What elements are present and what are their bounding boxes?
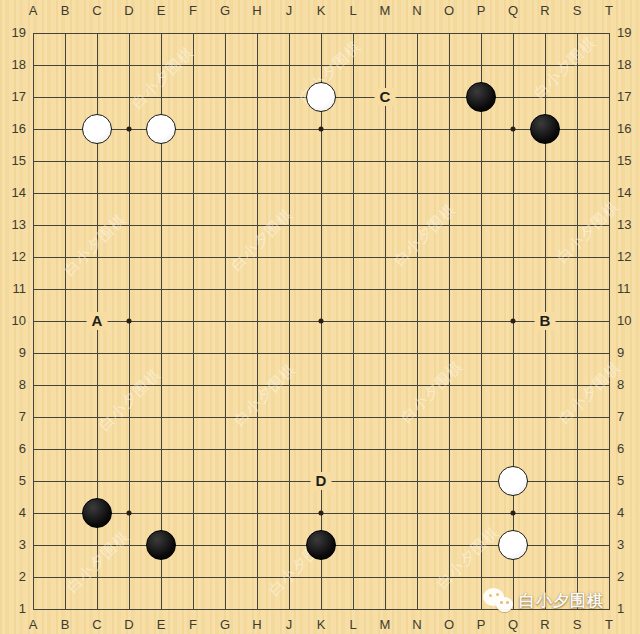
go-board-diagram: AABBCCDDEEFFGGHHJJKKLLMMNNOOPPQQRRSSTT19… (0, 0, 640, 634)
black-stone (82, 498, 112, 528)
white-stone (498, 466, 528, 496)
coordinate-label: S (573, 3, 582, 19)
white-stone (82, 114, 112, 144)
coordinate-label: 4 (0, 505, 26, 521)
coordinate-label: H (252, 617, 261, 633)
coordinate-label: T (605, 617, 613, 633)
coordinate-label: J (286, 3, 293, 19)
coordinate-label: 17 (617, 89, 631, 105)
coordinate-label: 1 (0, 601, 26, 617)
coordinate-label: 2 (617, 569, 624, 585)
point-label: C (375, 88, 396, 106)
coordinate-label: 7 (0, 409, 26, 425)
coordinate-label: 18 (617, 57, 631, 73)
coordinate-label: 18 (0, 57, 26, 73)
coordinate-label: D (124, 617, 133, 633)
coordinate-label: 19 (0, 25, 26, 41)
coordinate-label: 12 (617, 249, 631, 265)
coordinate-label: 16 (0, 121, 26, 137)
coordinate-label: E (157, 3, 166, 19)
coordinate-label: P (477, 3, 486, 19)
coordinate-label: 6 (0, 441, 26, 457)
coordinate-label: T (605, 3, 613, 19)
coordinate-label: 14 (0, 185, 26, 201)
coordinate-label: 12 (0, 249, 26, 265)
coordinate-label: M (380, 617, 391, 633)
white-stone (146, 114, 176, 144)
coordinate-label: A (29, 3, 38, 19)
point-label: B (535, 312, 556, 330)
coordinate-label: G (220, 617, 230, 633)
star-point (127, 511, 132, 516)
coordinate-label: E (157, 617, 166, 633)
coordinate-label: 14 (617, 185, 631, 201)
coordinate-label: 4 (617, 505, 624, 521)
coordinate-label: 1 (617, 601, 624, 617)
coordinate-label: S (573, 617, 582, 633)
coordinate-label: J (286, 617, 293, 633)
star-point (511, 127, 516, 132)
coordinate-label: B (61, 3, 70, 19)
coordinate-label: 5 (0, 473, 26, 489)
black-stone (530, 114, 560, 144)
coordinate-label: M (380, 3, 391, 19)
coordinate-label: G (220, 3, 230, 19)
coordinate-label: 3 (0, 537, 26, 553)
coordinate-label: 5 (617, 473, 624, 489)
coordinate-label: 13 (617, 217, 631, 233)
coordinate-label: 17 (0, 89, 26, 105)
coordinate-label: O (444, 617, 454, 633)
coordinate-label: N (412, 617, 421, 633)
coordinate-label: O (444, 3, 454, 19)
coordinate-label: 15 (617, 153, 631, 169)
star-point (511, 511, 516, 516)
coordinate-label: 15 (0, 153, 26, 169)
coordinate-label: B (61, 617, 70, 633)
black-stone (146, 530, 176, 560)
point-label: D (311, 472, 332, 490)
white-stone (498, 530, 528, 560)
coordinate-label: D (124, 3, 133, 19)
coordinate-label: R (540, 3, 549, 19)
coordinate-label: A (29, 617, 38, 633)
star-point (319, 511, 324, 516)
coordinate-label: 16 (617, 121, 631, 137)
coordinate-label: 3 (617, 537, 624, 553)
star-point (511, 319, 516, 324)
black-stone (466, 82, 496, 112)
black-stone (306, 530, 336, 560)
point-label: A (87, 312, 108, 330)
star-point (319, 319, 324, 324)
coordinate-label: L (349, 3, 356, 19)
coordinate-label: 8 (617, 377, 624, 393)
star-point (127, 319, 132, 324)
coordinate-label: 9 (617, 345, 624, 361)
coordinate-label: Q (508, 3, 518, 19)
coordinate-label: 6 (617, 441, 624, 457)
coordinate-label: L (349, 617, 356, 633)
coordinate-label: 11 (0, 281, 26, 297)
coordinate-label: H (252, 3, 261, 19)
coordinate-label: F (189, 3, 197, 19)
coordinate-label: 11 (617, 281, 631, 297)
coordinate-label: 9 (0, 345, 26, 361)
coordinate-label: Q (508, 617, 518, 633)
coordinate-label: 13 (0, 217, 26, 233)
coordinate-label: 19 (617, 25, 631, 41)
coordinate-label: C (92, 617, 101, 633)
coordinate-label: C (92, 3, 101, 19)
star-point (127, 127, 132, 132)
star-point (319, 127, 324, 132)
coordinate-label: 10 (617, 313, 631, 329)
coordinate-label: N (412, 3, 421, 19)
coordinate-label: K (317, 617, 326, 633)
coordinate-label: K (317, 3, 326, 19)
coordinate-label: F (189, 617, 197, 633)
coordinate-label: 8 (0, 377, 26, 393)
white-stone (306, 82, 336, 112)
coordinate-label: R (540, 617, 549, 633)
coordinate-label: P (477, 617, 486, 633)
coordinate-label: 10 (0, 313, 26, 329)
coordinate-label: 7 (617, 409, 624, 425)
coordinate-label: 2 (0, 569, 26, 585)
